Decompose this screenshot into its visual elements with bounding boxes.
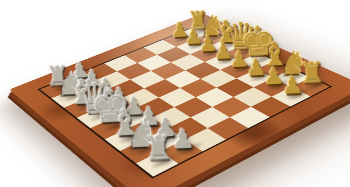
white-rook-piece: ♜	[136, 131, 180, 166]
black-pawn-piece: ♟	[273, 72, 313, 98]
camera-tilt: ♜♞♝♛♚♝♞♜♟♟♟♟♟♟♟♟♟♟♟♟♟♟♟♟♜♞♝♛♚♝♞♜	[0, 0, 350, 187]
chess-board: ♜♞♝♛♚♝♞♜♟♟♟♟♟♟♟♟♟♟♟♟♟♟♟♟♜♞♝♛♚♝♞♜	[9, 13, 350, 187]
photo-backdrop: ♜♞♝♛♚♝♞♜♟♟♟♟♟♟♟♟♟♟♟♟♟♟♟♟♜♞♝♛♚♝♞♜	[0, 0, 350, 187]
